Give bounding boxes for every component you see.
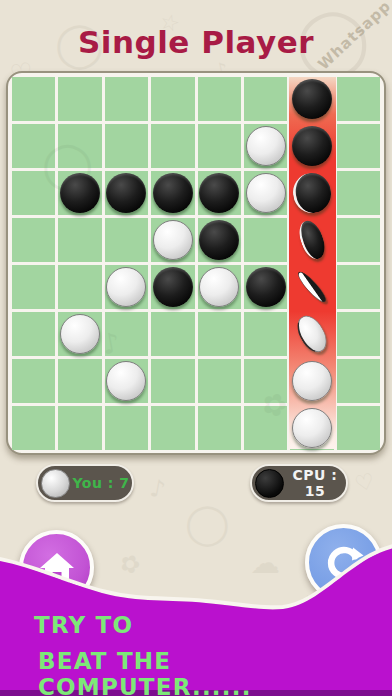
white-disc	[292, 361, 332, 401]
board-cell[interactable]	[198, 359, 241, 403]
board-cell[interactable]	[198, 218, 241, 262]
board-cell[interactable]	[151, 171, 194, 215]
black-disc-icon	[255, 469, 284, 498]
white-disc	[292, 408, 332, 448]
board-cell[interactable]	[58, 77, 101, 121]
board-cell[interactable]	[58, 124, 101, 168]
black-disc	[199, 173, 239, 213]
board-cell[interactable]	[12, 218, 55, 262]
board-cell[interactable]	[151, 312, 194, 356]
background-doodle-icon: ☁	[250, 545, 280, 580]
refresh-button[interactable]	[305, 524, 382, 601]
home-icon	[39, 551, 75, 585]
board-cell[interactable]	[151, 406, 194, 450]
white-disc	[60, 314, 100, 354]
app-screen: ◯☆♡♪◯☁✿☆◯♪☆♡ Whatsapp Single Player ◯☆♪✿…	[0, 0, 392, 696]
board-cell[interactable]	[337, 171, 380, 215]
board-cell[interactable]	[12, 359, 55, 403]
white-disc	[153, 220, 193, 260]
board-cell[interactable]	[244, 124, 287, 168]
board-cell[interactable]	[244, 171, 287, 215]
board-cell[interactable]	[337, 218, 380, 262]
background-doodle-icon: ✿	[115, 547, 144, 580]
background-doodle-icon: ♪	[148, 474, 168, 504]
white-disc	[106, 361, 146, 401]
board-cell[interactable]	[244, 406, 287, 450]
board-cell[interactable]	[290, 406, 333, 450]
board-cell[interactable]	[105, 312, 148, 356]
board-cell[interactable]	[244, 77, 287, 121]
board-cell[interactable]	[198, 124, 241, 168]
board-cell[interactable]	[337, 406, 380, 450]
board-cell[interactable]	[151, 359, 194, 403]
board-cell[interactable]	[105, 265, 148, 309]
board-cell[interactable]	[290, 77, 333, 121]
board-cell[interactable]	[198, 265, 241, 309]
board-cell[interactable]	[337, 312, 380, 356]
black-disc	[292, 126, 332, 166]
white-disc	[246, 126, 286, 166]
board-cell[interactable]	[151, 265, 194, 309]
background-doodle-icon: ♡	[352, 468, 377, 497]
flipping-disc	[295, 269, 329, 306]
board-cell[interactable]	[12, 77, 55, 121]
black-disc	[60, 173, 100, 213]
board-cell[interactable]	[198, 171, 241, 215]
footer-text-line2: BEAT THE COMPUTER......	[38, 648, 392, 696]
footer-text-line1: TRY TO	[34, 612, 133, 638]
board-cell[interactable]	[105, 171, 148, 215]
cpu-score-pill: CPU : 15	[250, 464, 348, 502]
board-cell[interactable]	[198, 77, 241, 121]
black-disc	[106, 173, 146, 213]
board-cell[interactable]	[198, 406, 241, 450]
player-score-pill: You : 7	[36, 464, 134, 502]
board-cell[interactable]	[105, 77, 148, 121]
page-title: Single Player	[0, 24, 392, 60]
board-cell[interactable]	[290, 265, 333, 309]
board-cell[interactable]	[290, 171, 333, 215]
board-cell[interactable]	[58, 171, 101, 215]
white-disc	[199, 267, 239, 307]
board-cell[interactable]	[12, 265, 55, 309]
black-disc	[199, 220, 239, 260]
black-disc	[290, 170, 334, 216]
board-cell[interactable]	[105, 359, 148, 403]
white-disc	[246, 173, 286, 213]
board-cell[interactable]	[198, 312, 241, 356]
board-cell[interactable]	[337, 359, 380, 403]
board-grid: ◯☆♪✿	[12, 77, 380, 449]
board-cell[interactable]	[105, 124, 148, 168]
black-disc	[153, 267, 193, 307]
white-disc	[106, 267, 146, 307]
board-cell[interactable]	[58, 265, 101, 309]
board-cell[interactable]	[12, 171, 55, 215]
cpu-score-label: CPU : 15	[284, 467, 346, 499]
board-cell[interactable]	[105, 406, 148, 450]
board-cell[interactable]	[151, 218, 194, 262]
board-cell[interactable]	[337, 124, 380, 168]
board-cell[interactable]	[337, 265, 380, 309]
board-cell[interactable]	[290, 218, 333, 262]
home-button[interactable]	[19, 530, 94, 605]
refresh-icon	[323, 542, 365, 584]
board-cell[interactable]	[337, 77, 380, 121]
board-cell[interactable]	[290, 124, 333, 168]
board-cell[interactable]	[290, 312, 333, 356]
board-cell[interactable]	[244, 312, 287, 356]
board-cell[interactable]	[244, 218, 287, 262]
board-cell[interactable]	[58, 406, 101, 450]
white-disc	[292, 311, 333, 358]
board-cell[interactable]	[151, 124, 194, 168]
player-score-label: You : 7	[70, 475, 132, 491]
black-disc	[153, 173, 193, 213]
board-cell[interactable]	[58, 359, 101, 403]
board-cell[interactable]	[290, 359, 333, 403]
background-doodle-icon: ◯	[185, 500, 230, 546]
board-cell[interactable]	[12, 312, 55, 356]
board-cell[interactable]	[151, 77, 194, 121]
game-board: ◯☆♪✿	[6, 71, 386, 455]
black-disc	[246, 267, 286, 307]
white-disc-icon	[41, 469, 70, 498]
board-cell[interactable]	[244, 359, 287, 403]
board-cell[interactable]	[58, 218, 101, 262]
board-cell[interactable]	[12, 124, 55, 168]
board-cell[interactable]	[58, 312, 101, 356]
black-disc	[295, 217, 329, 262]
board-cell[interactable]	[105, 218, 148, 262]
black-disc	[292, 79, 332, 119]
board-cell[interactable]	[12, 406, 55, 450]
board-cell[interactable]	[244, 265, 287, 309]
